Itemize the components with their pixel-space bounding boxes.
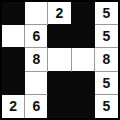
grid-cell-r4c4[interactable]: 5	[95, 95, 118, 118]
grid-cell-r1c4[interactable]: 5	[95, 25, 118, 48]
grid-cell-r2c1[interactable]: 8	[25, 48, 48, 71]
grid-cell-r2c3[interactable]	[72, 48, 95, 71]
grid-cell-r1c1[interactable]: 6	[25, 25, 48, 48]
grid-cell-r1c0[interactable]	[2, 25, 25, 48]
blocked-cell-r0c0	[2, 2, 25, 25]
blocked-cell-r4c3	[72, 95, 95, 118]
grid-cell-r0c1[interactable]	[25, 2, 48, 25]
blocked-cell-r1c3	[72, 25, 95, 48]
grid-cell-r3c1[interactable]	[25, 72, 48, 95]
grid-cell-r4c0[interactable]: 2	[2, 95, 25, 118]
blocked-cell-r0c3	[72, 2, 95, 25]
grid-cell-r3c4[interactable]: 5	[95, 72, 118, 95]
blocked-cell-r3c3	[72, 72, 95, 95]
blocked-cell-r2c0	[2, 48, 25, 71]
grid-cell-r0c2[interactable]: 2	[48, 2, 71, 25]
puzzle-board: 2565885265	[0, 0, 120, 120]
blocked-cell-r4c2	[48, 95, 71, 118]
grid-cell-r2c2[interactable]	[48, 48, 71, 71]
blocked-cell-r3c2	[48, 72, 71, 95]
blocked-cell-r1c2	[48, 25, 71, 48]
grid-cell-r4c1[interactable]: 6	[25, 95, 48, 118]
grid-cell-r0c4[interactable]: 5	[95, 2, 118, 25]
grid-cell-r2c4[interactable]: 8	[95, 48, 118, 71]
blocked-cell-r3c0	[2, 72, 25, 95]
